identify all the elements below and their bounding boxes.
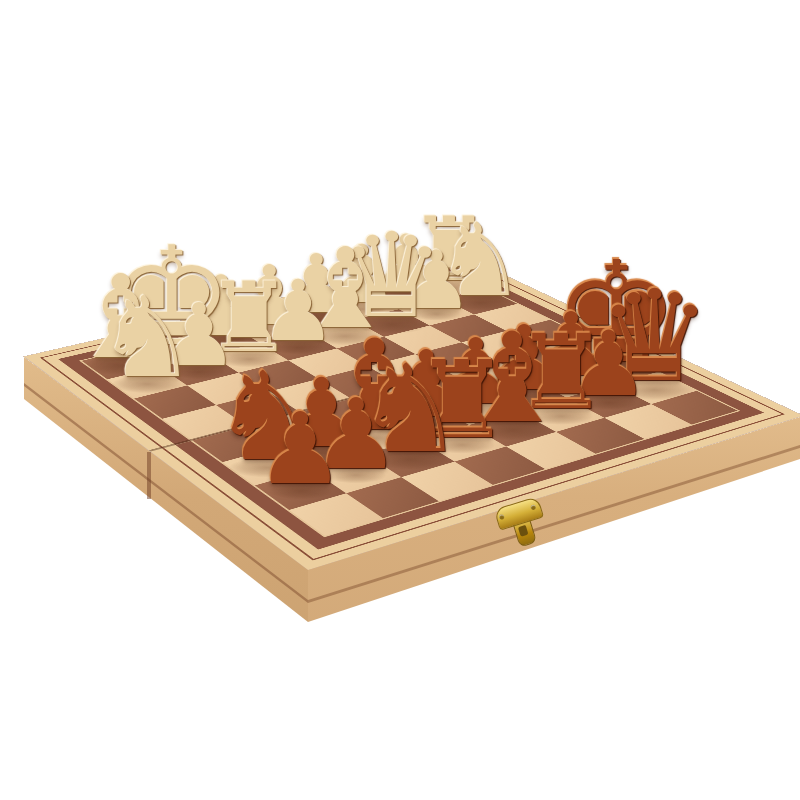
piece-layer: ♜♟♞♟♟♟♛♟♝♟♟♚♜♝♚♟♟♞♛♟♟♟♜♟♝♝♜♟♞♞♟♟	[0, 0, 800, 800]
white-knight-a2[interactable]: ♞	[97, 282, 197, 394]
chess-set-product-photo: ♜♟♞♟♟♟♛♟♝♟♟♚♜♝♚♟♟♞♛♟♟♟♜♟♝♝♜♟♞♞♟♟	[0, 0, 800, 800]
black-pawn-a7[interactable]: ♟	[256, 400, 345, 499]
